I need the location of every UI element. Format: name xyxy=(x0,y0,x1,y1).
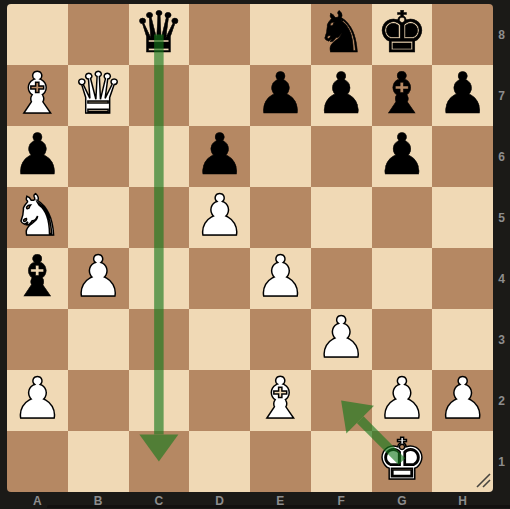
square-f4[interactable] xyxy=(311,248,372,309)
square-a4[interactable]: ♝ xyxy=(7,248,68,309)
piece-white-pawn[interactable]: ♟ xyxy=(437,370,488,427)
square-g2[interactable]: ♟ xyxy=(372,370,433,431)
piece-white-bishop[interactable]: ♝ xyxy=(255,370,306,427)
square-e7[interactable]: ♟ xyxy=(250,65,311,126)
piece-black-pawn[interactable]: ♟ xyxy=(255,65,306,122)
square-d3[interactable] xyxy=(189,309,250,370)
square-d1[interactable] xyxy=(189,431,250,492)
square-b4[interactable]: ♟ xyxy=(68,248,129,309)
square-h6[interactable] xyxy=(432,126,493,187)
piece-white-pawn[interactable]: ♟ xyxy=(316,309,367,366)
square-f1[interactable] xyxy=(311,431,372,492)
piece-white-pawn[interactable]: ♟ xyxy=(376,370,427,427)
square-e1[interactable] xyxy=(250,431,311,492)
rank-label-5: 5 xyxy=(493,187,510,248)
square-e2[interactable]: ♝ xyxy=(250,370,311,431)
square-b1[interactable] xyxy=(68,431,129,492)
square-f8[interactable]: ♞ xyxy=(311,4,372,65)
piece-black-pawn[interactable]: ♟ xyxy=(194,126,245,183)
square-c3[interactable] xyxy=(129,309,190,370)
square-h2[interactable]: ♟ xyxy=(432,370,493,431)
piece-white-pawn[interactable]: ♟ xyxy=(255,248,306,305)
bottom-divider xyxy=(47,505,510,508)
square-f6[interactable] xyxy=(311,126,372,187)
square-f2[interactable] xyxy=(311,370,372,431)
piece-black-pawn[interactable]: ♟ xyxy=(437,65,488,122)
square-d2[interactable] xyxy=(189,370,250,431)
rank-label-7: 7 xyxy=(493,65,510,126)
square-a6[interactable]: ♟ xyxy=(7,126,68,187)
rank-label-1: 1 xyxy=(493,431,510,492)
square-f3[interactable]: ♟ xyxy=(311,309,372,370)
square-h5[interactable] xyxy=(432,187,493,248)
chess-board: ♛♞♚♝♛♟♟♝♟♟♟♟♞♟♝♟♟♟♟♝♟♟♚ xyxy=(7,4,493,492)
piece-black-pawn[interactable]: ♟ xyxy=(376,126,427,183)
rank-label-2: 2 xyxy=(493,370,510,431)
square-b6[interactable] xyxy=(68,126,129,187)
square-h7[interactable]: ♟ xyxy=(432,65,493,126)
piece-white-knight[interactable]: ♞ xyxy=(12,187,63,244)
page-root: ♛♞♚♝♛♟♟♝♟♟♟♟♞♟♝♟♟♟♟♝♟♟♚ ABCDEFGH87654321 xyxy=(0,0,510,509)
piece-white-queen[interactable]: ♛ xyxy=(73,65,124,122)
piece-white-king[interactable]: ♚ xyxy=(376,431,427,488)
rank-label-4: 4 xyxy=(493,248,510,309)
square-b7[interactable]: ♛ xyxy=(68,65,129,126)
square-c2[interactable] xyxy=(129,370,190,431)
piece-black-king[interactable]: ♚ xyxy=(376,4,427,61)
square-a3[interactable] xyxy=(7,309,68,370)
square-e6[interactable] xyxy=(250,126,311,187)
square-b8[interactable] xyxy=(68,4,129,65)
board-squares: ♛♞♚♝♛♟♟♝♟♟♟♟♞♟♝♟♟♟♟♝♟♟♚ xyxy=(7,4,493,492)
square-d4[interactable] xyxy=(189,248,250,309)
square-g5[interactable] xyxy=(372,187,433,248)
square-e4[interactable]: ♟ xyxy=(250,248,311,309)
piece-black-pawn[interactable]: ♟ xyxy=(316,65,367,122)
piece-white-pawn[interactable]: ♟ xyxy=(194,187,245,244)
square-d7[interactable] xyxy=(189,65,250,126)
rank-label-6: 6 xyxy=(493,126,510,187)
square-a7[interactable]: ♝ xyxy=(7,65,68,126)
square-a8[interactable] xyxy=(7,4,68,65)
square-g7[interactable]: ♝ xyxy=(372,65,433,126)
square-b5[interactable] xyxy=(68,187,129,248)
piece-black-bishop[interactable]: ♝ xyxy=(376,65,427,122)
square-f7[interactable]: ♟ xyxy=(311,65,372,126)
square-h8[interactable] xyxy=(432,4,493,65)
square-a1[interactable] xyxy=(7,431,68,492)
square-a2[interactable]: ♟ xyxy=(7,370,68,431)
square-h4[interactable] xyxy=(432,248,493,309)
piece-black-knight[interactable]: ♞ xyxy=(316,4,367,61)
piece-black-bishop[interactable]: ♝ xyxy=(12,248,63,305)
square-d6[interactable]: ♟ xyxy=(189,126,250,187)
square-b3[interactable] xyxy=(68,309,129,370)
rank-label-3: 3 xyxy=(493,309,510,370)
square-c8[interactable]: ♛ xyxy=(129,4,190,65)
square-d5[interactable]: ♟ xyxy=(189,187,250,248)
square-c6[interactable] xyxy=(129,126,190,187)
square-h1[interactable] xyxy=(432,431,493,492)
square-h3[interactable] xyxy=(432,309,493,370)
square-e3[interactable] xyxy=(250,309,311,370)
square-d8[interactable] xyxy=(189,4,250,65)
piece-black-pawn[interactable]: ♟ xyxy=(12,126,63,183)
square-g8[interactable]: ♚ xyxy=(372,4,433,65)
square-c1[interactable] xyxy=(129,431,190,492)
square-g4[interactable] xyxy=(372,248,433,309)
square-g3[interactable] xyxy=(372,309,433,370)
square-f5[interactable] xyxy=(311,187,372,248)
piece-white-bishop[interactable]: ♝ xyxy=(12,65,63,122)
square-c4[interactable] xyxy=(129,248,190,309)
piece-black-queen[interactable]: ♛ xyxy=(133,4,184,61)
square-g6[interactable]: ♟ xyxy=(372,126,433,187)
square-e8[interactable] xyxy=(250,4,311,65)
square-b2[interactable] xyxy=(68,370,129,431)
piece-white-pawn[interactable]: ♟ xyxy=(12,370,63,427)
square-g1[interactable]: ♚ xyxy=(372,431,433,492)
square-c5[interactable] xyxy=(129,187,190,248)
rank-label-8: 8 xyxy=(493,4,510,65)
piece-white-pawn[interactable]: ♟ xyxy=(73,248,124,305)
square-a5[interactable]: ♞ xyxy=(7,187,68,248)
square-c7[interactable] xyxy=(129,65,190,126)
square-e5[interactable] xyxy=(250,187,311,248)
